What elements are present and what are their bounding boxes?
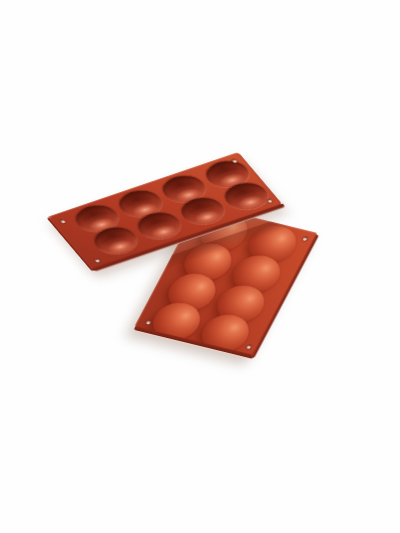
corner-hanging-hole: [267, 199, 273, 203]
product-photo: [0, 0, 400, 533]
corner-hanging-hole: [94, 258, 100, 262]
corner-hanging-hole: [146, 320, 152, 324]
corner-hanging-hole: [302, 237, 308, 241]
corner-hanging-hole: [60, 219, 66, 223]
corner-hanging-hole: [246, 345, 252, 349]
